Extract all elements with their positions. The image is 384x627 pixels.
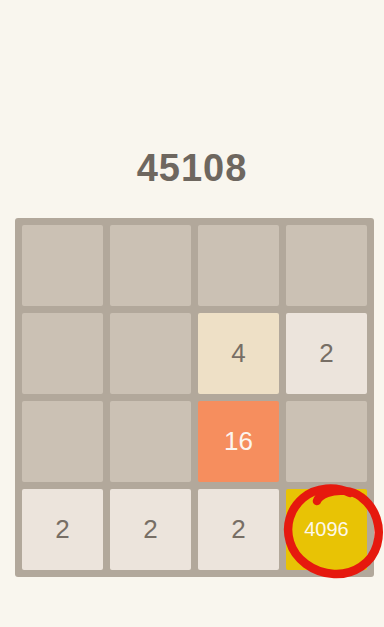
game-board-2048[interactable]: 4 2 16 2 2 2 4096 [15, 218, 374, 577]
cell-r0c1 [110, 225, 191, 306]
tile-4-r1c2: 4 [198, 313, 279, 394]
cell-r0c3 [286, 225, 367, 306]
cell-r2c3 [286, 401, 367, 482]
cell-r1c0 [22, 313, 103, 394]
tile-2-r3c1: 2 [110, 489, 191, 570]
tile-2-r1c3: 2 [286, 313, 367, 394]
tile-2-r3c2: 2 [198, 489, 279, 570]
tile-16-r2c2: 16 [198, 401, 279, 482]
cell-r2c0 [22, 401, 103, 482]
cell-r2c1 [110, 401, 191, 482]
cell-r0c0 [22, 225, 103, 306]
score-display: 45108 [0, 148, 384, 188]
cell-r0c2 [198, 225, 279, 306]
tile-2-r3c0: 2 [22, 489, 103, 570]
tile-4096-r3c3: 4096 [286, 489, 367, 570]
cell-r1c1 [110, 313, 191, 394]
